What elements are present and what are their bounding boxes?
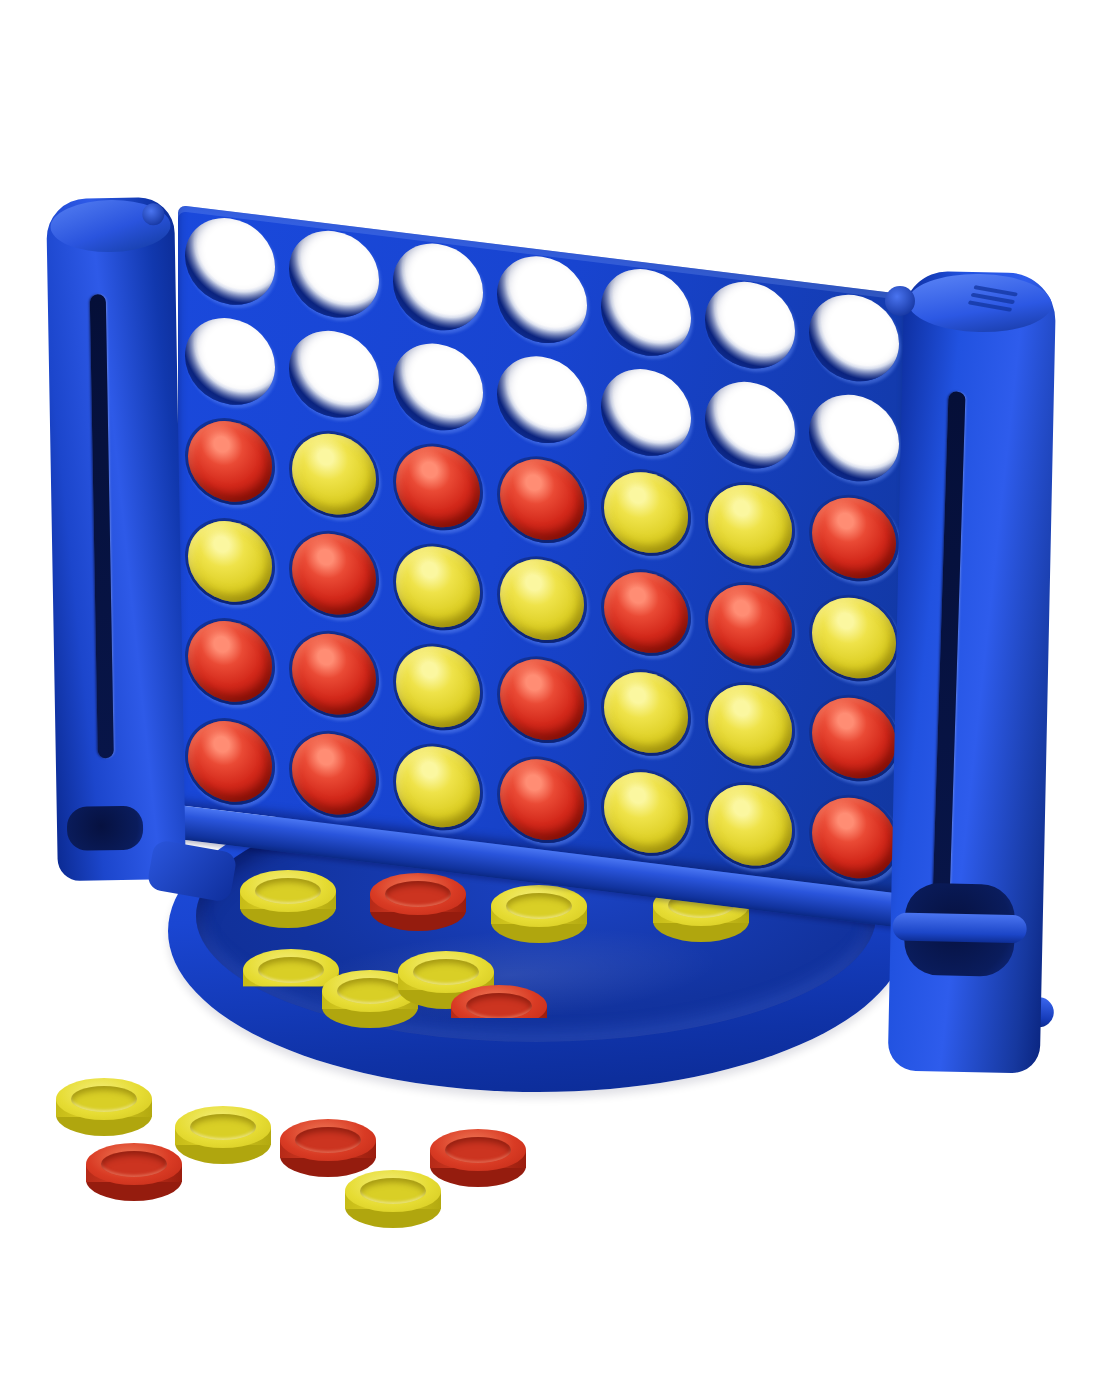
board-cell-r6c6	[698, 769, 802, 882]
disc-well	[258, 957, 324, 983]
red-disc-in-board	[289, 526, 379, 623]
board-cell-r4c1	[178, 505, 282, 618]
board-cell-r3c2	[282, 418, 386, 531]
empty-hole	[393, 238, 483, 335]
board-cell-r4c4	[490, 543, 594, 656]
red-disc	[500, 455, 584, 545]
left-pillar-notch	[67, 806, 144, 851]
tray-disc-red	[370, 873, 466, 933]
empty-hole	[809, 389, 899, 486]
yellow-disc-in-board	[601, 464, 691, 561]
yellow-disc	[708, 780, 792, 870]
empty-hole	[289, 226, 379, 323]
disc-well	[190, 1114, 256, 1140]
empty-hole	[601, 264, 691, 361]
yellow-disc	[604, 467, 688, 557]
red-disc-in-board	[705, 577, 795, 674]
yellow-disc	[812, 593, 896, 683]
red-disc	[188, 716, 272, 806]
board-cell-r6c4	[490, 743, 594, 856]
disc-well	[445, 1137, 511, 1163]
empty-hole	[497, 251, 587, 348]
empty-hole	[289, 326, 379, 423]
yellow-disc	[188, 516, 272, 606]
red-disc	[500, 755, 584, 845]
red-disc-in-board	[497, 751, 587, 848]
empty-hole	[393, 338, 483, 435]
board-cell-r2c2	[282, 318, 386, 431]
board-cell-r6c2	[282, 718, 386, 831]
red-disc	[812, 793, 896, 883]
yellow-disc-in-board	[809, 589, 899, 686]
yellow-disc	[604, 667, 688, 757]
red-disc-in-board	[289, 726, 379, 823]
left-pillar	[46, 197, 186, 881]
yellow-disc-in-board	[393, 738, 483, 835]
board-cell-r5c4	[490, 643, 594, 756]
board-cell-r5c1	[178, 605, 282, 718]
board-cell-r6c1	[178, 705, 282, 818]
tray-disc-yellow	[240, 870, 336, 930]
left-pillar-slot	[90, 294, 114, 758]
yellow-disc-in-board	[393, 538, 483, 635]
empty-hole	[705, 277, 795, 374]
board-cell-r1c1	[178, 205, 282, 318]
red-disc-in-board	[497, 651, 587, 748]
yellow-disc	[708, 680, 792, 770]
disc-well	[360, 1178, 426, 1204]
yellow-disc	[604, 767, 688, 857]
empty-hole	[497, 351, 587, 448]
board-cell-r3c1	[178, 405, 282, 518]
disc-well	[71, 1086, 137, 1112]
yellow-disc	[396, 742, 480, 832]
right-pillar	[888, 270, 1057, 1073]
board-cell-r5c3	[386, 631, 490, 744]
red-disc-in-board	[393, 438, 483, 535]
board-cell-r4c5	[594, 556, 698, 669]
board-cell-r3c6	[698, 469, 802, 582]
right-pillar-slot	[932, 391, 965, 903]
board-cell-r4c6	[698, 569, 802, 682]
yellow-disc-in-board	[497, 551, 587, 648]
red-disc-in-board	[601, 564, 691, 661]
disc-well	[337, 978, 403, 1004]
board-cell-r3c3	[386, 431, 490, 544]
board-cell-r1c5	[594, 256, 698, 369]
yellow-disc-in-board	[185, 513, 275, 610]
red-disc	[292, 729, 376, 819]
disc-well	[385, 881, 451, 907]
disc-well	[466, 993, 532, 1019]
disc-well	[101, 1151, 167, 1177]
red-disc-in-board	[289, 626, 379, 723]
red-disc-in-board	[185, 613, 275, 710]
empty-hole	[705, 377, 795, 474]
tray-disc-yellow	[491, 885, 587, 945]
yellow-disc-in-board	[705, 777, 795, 874]
board-cell-r2c3	[386, 331, 490, 444]
board-cell-r2c4	[490, 343, 594, 456]
board-grid	[178, 205, 906, 894]
yellow-disc-in-board	[705, 477, 795, 574]
disc-well	[506, 893, 572, 919]
disc-well	[295, 1127, 361, 1153]
yellow-disc-in-board	[601, 664, 691, 761]
loose-disc-yellow	[175, 1106, 271, 1166]
disc-well	[413, 959, 479, 985]
right-pillar-hook	[892, 912, 1027, 943]
disc-well	[255, 878, 321, 904]
red-disc-in-board	[809, 689, 899, 786]
loose-disc-red	[430, 1129, 526, 1189]
yellow-disc	[396, 642, 480, 732]
loose-disc-yellow	[56, 1078, 152, 1138]
board-cell-r2c1	[178, 305, 282, 418]
red-disc-in-board	[809, 489, 899, 586]
red-disc	[812, 693, 896, 783]
yellow-disc-in-board	[601, 764, 691, 861]
board-cell-r2c7	[802, 382, 906, 495]
red-disc	[812, 493, 896, 583]
connect-four-product-photo	[0, 0, 1104, 1387]
red-disc-in-board	[809, 789, 899, 886]
board-cell-r1c4	[490, 243, 594, 356]
red-disc	[292, 529, 376, 619]
yellow-disc	[708, 480, 792, 570]
yellow-disc	[500, 555, 584, 645]
empty-hole	[185, 213, 275, 310]
board-cell-r3c7	[802, 482, 906, 595]
red-disc	[604, 567, 688, 657]
board-cell-r5c7	[802, 682, 906, 795]
red-disc	[188, 616, 272, 706]
empty-hole	[185, 313, 275, 410]
board-cell-r6c5	[594, 756, 698, 869]
red-disc-in-board	[185, 413, 275, 510]
board-frame	[178, 205, 906, 928]
board-cell-r4c7	[802, 582, 906, 695]
board-cell-r1c2	[282, 218, 386, 331]
board-cell-r3c4	[490, 443, 594, 556]
yellow-disc	[292, 429, 376, 519]
yellow-disc	[396, 542, 480, 632]
loose-disc-red	[86, 1143, 182, 1203]
board-cell-r2c6	[698, 369, 802, 482]
red-disc	[292, 629, 376, 719]
board-cell-r6c7	[802, 782, 906, 895]
red-disc	[708, 580, 792, 670]
board-cell-r5c5	[594, 656, 698, 769]
red-disc-in-board	[497, 451, 587, 548]
board-cell-r5c6	[698, 669, 802, 782]
red-disc	[188, 416, 272, 506]
yellow-disc-in-board	[393, 638, 483, 735]
red-disc	[500, 655, 584, 745]
yellow-disc-in-board	[289, 426, 379, 523]
board-cell-r2c5	[594, 356, 698, 469]
yellow-disc-in-board	[705, 677, 795, 774]
red-disc	[396, 442, 480, 532]
board-cell-r4c3	[386, 531, 490, 644]
board-cell-r5c2	[282, 618, 386, 731]
board-cell-r3c5	[594, 456, 698, 569]
board-cell-r4c2	[282, 518, 386, 631]
right-hinge-pin-icon	[885, 286, 915, 316]
empty-hole	[601, 364, 691, 461]
loose-disc-yellow	[345, 1170, 441, 1230]
red-disc-in-board	[185, 713, 275, 810]
board-cell-r6c3	[386, 731, 490, 844]
board-cell-r1c3	[386, 231, 490, 344]
board-cell-r1c6	[698, 269, 802, 382]
